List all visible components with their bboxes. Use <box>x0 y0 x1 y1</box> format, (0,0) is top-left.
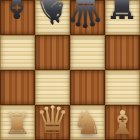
white-knight-piece[interactable]: ♞ <box>70 105 105 139</box>
square-r3c3-dark[interactable]: ♝ <box>105 105 140 140</box>
black-queen-piece[interactable]: ♛ <box>70 0 105 33</box>
black-rook-piece[interactable]: ♜ <box>105 0 140 24</box>
square-r3c0-light[interactable]: ♜ <box>0 105 35 140</box>
square-r3c1-dark[interactable]: ♛ <box>35 105 70 140</box>
square-r1c3-dark[interactable] <box>105 35 140 70</box>
square-r2c0-dark[interactable] <box>0 70 35 105</box>
square-r0c1-light[interactable]: ♞ <box>35 0 70 35</box>
chess-app-viewport: ♝♞♛♜♜♛♞♝ <box>0 0 140 140</box>
chess-board: ♝♞♛♜♜♛♞♝ <box>0 0 140 140</box>
square-r1c2-light[interactable] <box>70 35 105 70</box>
square-r1c1-dark[interactable] <box>35 35 70 70</box>
square-r0c3-light[interactable]: ♜ <box>105 0 140 35</box>
white-bishop-piece[interactable]: ♝ <box>105 106 140 139</box>
square-r0c2-dark[interactable]: ♛ <box>70 0 105 35</box>
square-r3c2-light[interactable]: ♞ <box>70 105 105 140</box>
white-queen-piece[interactable]: ♛ <box>35 101 70 139</box>
black-knight-piece[interactable]: ♞ <box>35 0 70 29</box>
square-r1c0-light[interactable] <box>0 35 35 70</box>
square-r0c0-dark[interactable]: ♝ <box>0 0 35 35</box>
square-r2c2-dark[interactable] <box>70 70 105 105</box>
white-rook-piece[interactable]: ♜ <box>0 108 35 139</box>
square-r2c3-light[interactable] <box>105 70 140 105</box>
black-bishop-piece[interactable]: ♝ <box>0 0 35 24</box>
